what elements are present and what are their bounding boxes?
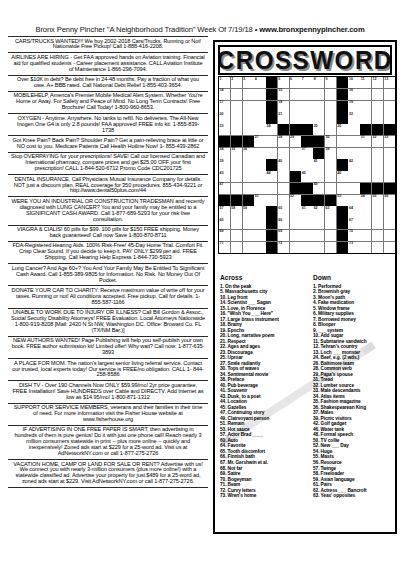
cell-number: 5 <box>278 77 280 81</box>
grid-cell[interactable]: 30 <box>325 136 336 147</box>
grid-cell[interactable] <box>372 148 383 159</box>
grid-cell[interactable]: 44 <box>266 171 277 182</box>
cell-number: 11 <box>361 77 365 81</box>
grid-cell[interactable] <box>384 112 395 123</box>
grid-cell[interactable] <box>231 242 242 253</box>
clue-item: 73. Wren's home <box>220 493 306 499</box>
grid-cell[interactable] <box>254 183 265 194</box>
grid-cell[interactable]: 47 <box>219 183 230 194</box>
grid-cell[interactable]: 14 <box>219 89 230 100</box>
grid-cell[interactable] <box>360 242 371 253</box>
grid-cell[interactable] <box>243 159 254 170</box>
grid-cell[interactable] <box>254 206 265 217</box>
grid-cell[interactable]: 17 <box>219 101 230 112</box>
grid-cell[interactable]: 18 <box>278 101 289 112</box>
grid-cell[interactable] <box>348 136 359 147</box>
grid-cell-black <box>337 77 348 88</box>
grid-cell[interactable]: 62 <box>313 206 324 217</box>
grid-cell[interactable] <box>325 183 336 194</box>
grid-cell[interactable] <box>325 218 336 229</box>
grid-cell[interactable] <box>325 159 336 170</box>
grid-cell[interactable] <box>384 206 395 217</box>
cell-number: 32 <box>372 135 376 139</box>
grid-cell[interactable] <box>313 112 324 123</box>
grid-cell[interactable] <box>278 171 289 182</box>
grid-cell[interactable]: 39 <box>219 159 230 170</box>
grid-cell[interactable] <box>360 171 371 182</box>
cell-number: 30 <box>325 135 329 139</box>
grid-cell[interactable] <box>290 159 301 170</box>
cell-number: 46 <box>337 171 341 175</box>
cell-number: 59 <box>243 206 247 210</box>
grid-cell-black <box>219 195 230 206</box>
grid-cell[interactable] <box>278 195 289 206</box>
cell-number: 57 <box>220 206 224 210</box>
grid-cell-black <box>337 230 348 241</box>
cell-number: 53 <box>337 194 341 198</box>
grid-cell[interactable]: 43 <box>219 171 230 182</box>
cell-number: 60 <box>278 206 282 210</box>
grid-cell[interactable]: 57 <box>219 206 230 217</box>
cell-number: 45 <box>302 171 306 175</box>
grid-cell[interactable] <box>313 242 324 253</box>
grid-cell[interactable] <box>231 101 242 112</box>
grid-cell-black <box>243 195 254 206</box>
grid-cell-black <box>313 148 324 159</box>
classified-ad: FDA-Registered Hearing Aids. 100% Risk-F… <box>8 241 208 263</box>
page-header: Bronx Penny Pincher "A Neighborhood Trad… <box>0 25 400 34</box>
cell-number: 73 <box>349 241 353 245</box>
cell-number: 65 <box>220 218 224 222</box>
classified-ad: WERE YOU AN INDUSTRIAL OR CONSTRUCTION T… <box>8 196 208 224</box>
cell-number: 3 <box>243 77 245 81</box>
grid-cell[interactable]: 67 <box>348 218 359 229</box>
classified-ad: UNABLE TO WORK DUE TO INJURY OR ILLNESS?… <box>8 308 208 336</box>
grid-cell[interactable] <box>313 218 324 229</box>
grid-cell-black <box>372 183 383 194</box>
cell-number: 20 <box>220 112 224 116</box>
grid-cell[interactable] <box>313 101 324 112</box>
cell-number: 2 <box>231 77 233 81</box>
classified-ad: Lung Cancer? And Age 60+? You And Your F… <box>8 263 208 285</box>
grid-cell[interactable] <box>254 112 265 123</box>
cell-number: 29 <box>290 135 294 139</box>
cell-number: 15 <box>278 88 282 92</box>
grid-cell-black <box>384 183 395 194</box>
grid-cell[interactable] <box>243 124 254 135</box>
grid-cell[interactable]: 49 <box>313 183 324 194</box>
grid-cell[interactable] <box>384 171 395 182</box>
cell-number: 66 <box>278 218 282 222</box>
grid-cell-black <box>231 136 242 147</box>
grid-cell-black <box>266 112 277 123</box>
grid-cell[interactable] <box>301 112 312 123</box>
cell-number: 31 <box>361 135 365 139</box>
grid-cell[interactable] <box>290 148 301 159</box>
cell-number: 23 <box>220 124 224 128</box>
grid-cell[interactable] <box>337 136 348 147</box>
across-clues: 1. On the peak5. Massachusetts city10. L… <box>220 284 306 499</box>
cell-number: 72 <box>278 241 282 245</box>
grid-cell[interactable]: 72 <box>278 242 289 253</box>
grid-cell[interactable] <box>384 218 395 229</box>
grid-cell[interactable] <box>266 136 277 147</box>
grid-cell[interactable]: 45 <box>301 171 312 182</box>
cell-number: 39 <box>220 159 224 163</box>
grid-cell[interactable] <box>325 89 336 100</box>
cell-number: 18 <box>278 100 282 104</box>
grid-cell[interactable] <box>243 112 254 123</box>
grid-cell[interactable] <box>231 159 242 170</box>
across-header: Across <box>220 274 306 281</box>
grid-cell[interactable]: 24 <box>266 124 277 135</box>
cell-number: 69 <box>278 229 282 233</box>
grid-cell[interactable] <box>384 148 395 159</box>
grid-cell[interactable] <box>360 112 371 123</box>
classified-ad: DENTAL INSURANCE. Call Physicians Mutual… <box>8 174 208 196</box>
grid-cell[interactable]: 5 <box>278 77 289 88</box>
grid-cell[interactable]: 6 <box>290 77 301 88</box>
grid-cell[interactable] <box>301 159 312 170</box>
grid-cell[interactable]: 15 <box>278 89 289 100</box>
grid-cell-black <box>266 89 277 100</box>
grid-cell-black <box>313 195 324 206</box>
grid-cell[interactable] <box>372 89 383 100</box>
clue-item: 63. Yeas' opposites <box>313 493 399 499</box>
classified-ads: CARS/TRUCKS WANTED!!! We buy 2002-2018 C… <box>8 36 208 488</box>
grid-cell[interactable] <box>301 230 312 241</box>
grid-cell[interactable] <box>254 159 265 170</box>
cell-number: 28 <box>278 135 282 139</box>
grid-cell[interactable]: 3 <box>243 77 254 88</box>
grid-cell[interactable] <box>290 230 301 241</box>
grid-cell[interactable]: 64 <box>348 206 359 217</box>
grid-cell[interactable] <box>360 148 371 159</box>
cell-number: 16 <box>349 88 353 92</box>
grid-cell[interactable] <box>243 230 254 241</box>
grid-cell[interactable]: 46 <box>337 171 348 182</box>
grid-cell[interactable] <box>372 159 383 170</box>
masthead-url: www.bronxpennypincher.com <box>259 25 364 34</box>
grid-cell[interactable] <box>231 171 242 182</box>
grid-cell[interactable] <box>254 230 265 241</box>
grid-cell[interactable] <box>360 206 371 217</box>
grid-cell-black <box>337 218 348 229</box>
grid-cell-black <box>384 124 395 135</box>
grid-cell[interactable]: 70 <box>348 230 359 241</box>
grid-cell[interactable] <box>372 112 383 123</box>
grid-cell[interactable] <box>243 89 254 100</box>
grid-cell[interactable]: 33 <box>384 136 395 147</box>
grid-cell[interactable]: 65 <box>219 218 230 229</box>
grid-cell-black <box>360 183 371 194</box>
grid-cell[interactable] <box>372 101 383 112</box>
grid-cell[interactable]: 58 <box>231 206 242 217</box>
grid-cell[interactable] <box>231 230 242 241</box>
grid-cell-black <box>243 136 254 147</box>
grid-cell[interactable] <box>290 101 301 112</box>
grid-cell[interactable] <box>372 230 383 241</box>
cell-number: 10 <box>349 77 353 81</box>
cell-number: 52 <box>290 194 294 198</box>
grid-cell[interactable] <box>254 89 265 100</box>
grid-cell[interactable]: 12 <box>372 77 383 88</box>
grid-cell[interactable]: 21 <box>278 112 289 123</box>
grid-cell-black <box>301 195 312 206</box>
grid-cell-black <box>290 171 301 182</box>
grid-cell[interactable] <box>278 183 289 194</box>
grid-cell[interactable] <box>337 183 348 194</box>
grid-cell[interactable] <box>254 218 265 229</box>
across-column: Across 1. On the peak5. Massachusetts ci… <box>220 274 306 499</box>
grid-cell[interactable] <box>325 124 336 135</box>
cell-number: 44 <box>267 171 271 175</box>
grid-cell[interactable] <box>254 101 265 112</box>
grid-cell-black <box>290 183 301 194</box>
cell-number: 8 <box>314 77 316 81</box>
cell-number: 67 <box>349 218 353 222</box>
grid-cell-black <box>266 159 277 170</box>
grid-cell[interactable]: 26 <box>337 124 348 135</box>
grid-cell[interactable] <box>231 218 242 229</box>
grid-cell[interactable]: 9 <box>325 77 336 88</box>
grid-cell-black <box>266 206 277 217</box>
cell-number: 6 <box>290 77 292 81</box>
grid-cell[interactable] <box>348 124 359 135</box>
grid-cell[interactable]: 13 <box>384 77 395 88</box>
cell-number: 55 <box>372 194 376 198</box>
cell-number: 13 <box>384 77 388 81</box>
grid-cell[interactable] <box>384 230 395 241</box>
cell-number: 14 <box>220 88 224 92</box>
grid-cell[interactable] <box>290 218 301 229</box>
grid-cell[interactable] <box>384 159 395 170</box>
classified-ad: Over $10K in debt? Be debt free in 24-48… <box>8 75 208 91</box>
grid-cell[interactable]: 22 <box>348 112 359 123</box>
grid-cell[interactable] <box>348 148 359 159</box>
grid-cell[interactable]: 34 <box>219 148 230 159</box>
grid-cell[interactable]: 61 <box>301 206 312 217</box>
down-header: Down <box>313 274 399 281</box>
grid-cell[interactable] <box>360 89 371 100</box>
grid-cell-black <box>219 136 230 147</box>
grid-cell-black <box>301 136 312 147</box>
cell-number: 58 <box>231 206 235 210</box>
grid-cell[interactable] <box>243 242 254 253</box>
grid-cell[interactable] <box>337 148 348 159</box>
grid-cell[interactable] <box>266 148 277 159</box>
grid-cell[interactable]: 1 <box>219 77 230 88</box>
grid-cell[interactable]: 36 <box>243 148 254 159</box>
grid-cell[interactable] <box>243 101 254 112</box>
grid-cell[interactable]: 73 <box>348 242 359 253</box>
grid-cell-black <box>313 136 324 147</box>
grid-cell-black <box>266 230 277 241</box>
grid-cell[interactable] <box>348 183 359 194</box>
grid-cell[interactable] <box>360 159 371 170</box>
grid-cell[interactable]: 20 <box>219 112 230 123</box>
grid-cell-black <box>266 242 277 253</box>
crossword-title: CROSSWORD <box>218 47 392 73</box>
cell-number: 12 <box>372 77 376 81</box>
grid-cell[interactable]: 53 <box>337 195 348 206</box>
grid-cell-black <box>372 124 383 135</box>
grid-cell[interactable]: 7 <box>301 77 312 88</box>
classified-ad: AIRLINES ARE HIRING - Get FAA approved h… <box>8 52 208 74</box>
grid-cell[interactable] <box>301 101 312 112</box>
grid-cell[interactable]: 52 <box>290 195 301 206</box>
cell-number: 1 <box>220 77 222 81</box>
cell-number: 61 <box>302 206 306 210</box>
grid-cell[interactable]: 38 <box>325 148 336 159</box>
cell-number: 71 <box>220 241 224 245</box>
grid-cell[interactable] <box>254 171 265 182</box>
grid-cell[interactable]: 27 <box>254 136 265 147</box>
grid-cell[interactable] <box>360 230 371 241</box>
grid-cell[interactable] <box>231 89 242 100</box>
grid-cell-black <box>325 195 336 206</box>
grid-cell[interactable] <box>372 242 383 253</box>
grid-cell[interactable] <box>301 89 312 100</box>
classified-ad: MOBILEHELP, America's Premier Mobile Med… <box>8 91 208 113</box>
grid-cell[interactable] <box>313 89 324 100</box>
grid-cell-black <box>337 89 348 100</box>
grid-cell[interactable]: 37 <box>301 148 312 159</box>
grid-cell[interactable] <box>254 124 265 135</box>
grid-cell[interactable]: 66 <box>278 218 289 229</box>
grid-cell[interactable] <box>231 124 242 135</box>
grid-cell[interactable]: 4 <box>254 77 265 88</box>
cell-number: 25 <box>314 124 318 128</box>
grid-cell[interactable]: 11 <box>360 77 371 88</box>
cell-number: 42 <box>349 159 353 163</box>
classified-ad: DONATE YOUR CAR TO CHARITY. Receive maxi… <box>8 285 208 307</box>
grid-cell[interactable]: 2 <box>231 77 242 88</box>
grid-cell[interactable] <box>325 112 336 123</box>
grid-cell[interactable] <box>348 195 359 206</box>
grid-cell[interactable]: 71 <box>219 242 230 253</box>
grid-cell[interactable]: 31 <box>360 136 371 147</box>
grid-cell[interactable]: 55 <box>372 195 383 206</box>
grid-cell[interactable]: 8 <box>313 77 324 88</box>
grid-cell[interactable]: 56 <box>384 195 395 206</box>
grid-cell[interactable] <box>266 195 277 206</box>
grid-cell[interactable]: 25 <box>313 124 324 135</box>
grid-cell[interactable]: 69 <box>278 230 289 241</box>
grid-cell[interactable] <box>384 242 395 253</box>
grid-cell[interactable] <box>278 148 289 159</box>
grid-cell[interactable] <box>254 242 265 253</box>
grid-cell[interactable] <box>325 242 336 253</box>
crossword-panel: CROSSWORD 123456789101112131415161718192… <box>213 40 397 534</box>
grid-cell[interactable]: 63 <box>325 206 336 217</box>
grid-cell[interactable]: 23 <box>219 124 230 135</box>
classified-ad: OXYGEN - Anytime. Anywhere. No tanks to … <box>8 113 208 135</box>
grid-cell[interactable] <box>313 171 324 182</box>
grid-cell-black <box>278 124 289 135</box>
grid-cell[interactable]: 59 <box>243 206 254 217</box>
grid-cell[interactable] <box>325 101 336 112</box>
grid-cell[interactable] <box>243 171 254 182</box>
grid-cell[interactable]: 68 <box>219 230 230 241</box>
grid-cell[interactable]: 19 <box>348 101 359 112</box>
grid-cell-black <box>337 206 348 217</box>
grid-cell[interactable] <box>243 218 254 229</box>
crossword-grid[interactable]: 1234567891011121314151617181920212223242… <box>218 76 396 254</box>
cell-number: 56 <box>384 194 388 198</box>
grid-cell[interactable] <box>360 101 371 112</box>
grid-cell-black <box>337 159 348 170</box>
down-clues: 1. Performed2. Brownish gray3. Moon's pa… <box>313 284 399 499</box>
grid-cell[interactable] <box>325 230 336 241</box>
grid-cell[interactable] <box>372 218 383 229</box>
cell-number: 26 <box>337 124 341 128</box>
grid-cell-black <box>301 124 312 135</box>
grid-cell-black <box>337 242 348 253</box>
grid-cell[interactable] <box>290 89 301 100</box>
grid-cell[interactable] <box>384 89 395 100</box>
cell-number: 24 <box>267 124 271 128</box>
cell-number: 34 <box>220 147 224 151</box>
grid-cell[interactable] <box>301 218 312 229</box>
grid-cell[interactable] <box>301 242 312 253</box>
grid-cell[interactable]: 60 <box>278 206 289 217</box>
grid-cell[interactable] <box>384 101 395 112</box>
grid-cell[interactable] <box>231 183 242 194</box>
grid-cell[interactable]: 42 <box>348 159 359 170</box>
cell-number: 21 <box>278 112 282 116</box>
grid-cell[interactable] <box>290 112 301 123</box>
grid-cell[interactable]: 35 <box>231 148 242 159</box>
grid-cell[interactable] <box>231 112 242 123</box>
grid-cell[interactable] <box>243 183 254 194</box>
grid-cell-black <box>337 101 348 112</box>
grid-cell[interactable] <box>290 206 301 217</box>
grid-cell-black <box>360 124 371 135</box>
grid-cell-black <box>266 101 277 112</box>
grid-cell[interactable]: 10 <box>348 77 359 88</box>
grid-cell[interactable] <box>360 218 371 229</box>
grid-cell[interactable] <box>254 148 265 159</box>
down-column: Down 1. Performed2. Brownish gray3. Moon… <box>313 274 399 499</box>
grid-cell-black <box>266 77 277 88</box>
grid-cell[interactable]: 16 <box>348 89 359 100</box>
grid-cell[interactable] <box>325 171 336 182</box>
cell-number: 47 <box>220 182 224 186</box>
cell-number: 4 <box>255 77 257 81</box>
grid-cell[interactable]: 29 <box>290 136 301 147</box>
grid-cell[interactable]: 51 <box>254 195 265 206</box>
clues-section: Across 1. On the peak5. Massachusetts ci… <box>220 274 393 530</box>
grid-cell[interactable] <box>313 230 324 241</box>
grid-cell[interactable] <box>266 183 277 194</box>
grid-cell[interactable]: 54 <box>360 195 371 206</box>
grid-cell[interactable]: 41 <box>313 159 324 170</box>
grid-cell[interactable] <box>372 206 383 217</box>
classified-ad: IF ADVERTISING IN ONE FREE PAPER IS SMAR… <box>8 425 208 459</box>
grid-cell[interactable] <box>372 171 383 182</box>
cell-number: 63 <box>325 206 329 210</box>
cell-number: 35 <box>231 147 235 151</box>
cell-number: 27 <box>255 135 259 139</box>
grid-cell[interactable] <box>348 171 359 182</box>
grid-cell[interactable] <box>290 242 301 253</box>
classified-ad: Got Knee Pain? Back Pain? Shoulder Pain?… <box>8 135 208 151</box>
cell-number: 64 <box>349 206 353 210</box>
grid-cell[interactable]: 28 <box>278 136 289 147</box>
grid-cell[interactable]: 32 <box>372 136 383 147</box>
grid-cell[interactable]: 40 <box>278 159 289 170</box>
